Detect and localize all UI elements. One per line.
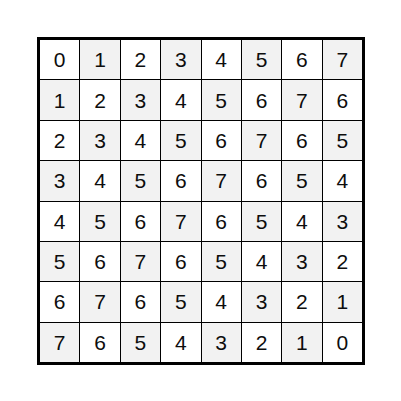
grid-cell: 6 (242, 80, 281, 119)
grid-cell: 6 (242, 161, 281, 200)
number-grid-board: 0123456712345676234567653456765445676543… (37, 37, 365, 365)
grid-cell: 4 (80, 161, 119, 200)
grid-cell: 4 (282, 202, 321, 241)
grid-cell: 0 (40, 40, 79, 79)
grid-cell: 7 (202, 161, 241, 200)
grid-cell: 2 (40, 121, 79, 160)
grid-cell: 4 (202, 282, 241, 321)
grid-cell: 4 (161, 80, 200, 119)
grid-cell: 5 (242, 40, 281, 79)
grid-cell: 6 (282, 121, 321, 160)
grid-cell: 7 (121, 242, 160, 281)
grid-cell: 6 (121, 202, 160, 241)
grid-cell: 7 (161, 202, 200, 241)
grid-cell: 3 (40, 161, 79, 200)
grid-cell: 6 (80, 242, 119, 281)
grid-cell: 5 (202, 242, 241, 281)
grid-cell: 6 (121, 282, 160, 321)
grid-cell: 7 (80, 282, 119, 321)
grid-cell: 6 (80, 323, 119, 362)
grid-cell: 1 (80, 40, 119, 79)
grid-cell: 7 (40, 323, 79, 362)
number-grid-container: 0123456712345676234567653456765445676543… (37, 37, 365, 365)
grid-cell: 6 (282, 40, 321, 79)
grid-cell: 1 (40, 80, 79, 119)
grid-cell: 2 (121, 40, 160, 79)
grid-cell: 7 (323, 40, 362, 79)
grid-cell: 2 (323, 242, 362, 281)
grid-cell: 5 (40, 242, 79, 281)
grid-cell: 5 (282, 161, 321, 200)
grid-cell: 1 (323, 282, 362, 321)
grid-cell: 2 (80, 80, 119, 119)
grid-cell: 6 (161, 242, 200, 281)
grid-cell: 2 (282, 282, 321, 321)
grid-cell: 6 (161, 161, 200, 200)
grid-cell: 0 (323, 323, 362, 362)
grid-cell: 6 (202, 121, 241, 160)
grid-cell: 3 (242, 282, 281, 321)
grid-cell: 4 (242, 242, 281, 281)
grid-cell: 4 (202, 40, 241, 79)
grid-cell: 4 (121, 121, 160, 160)
grid-cell: 7 (242, 121, 281, 160)
grid-cell: 5 (242, 202, 281, 241)
grid-cell: 4 (323, 161, 362, 200)
grid-cell: 4 (161, 323, 200, 362)
grid-cell: 3 (121, 80, 160, 119)
grid-cell: 3 (80, 121, 119, 160)
grid-cell: 5 (80, 202, 119, 241)
grid-cell: 5 (323, 121, 362, 160)
grid-cell: 3 (202, 323, 241, 362)
grid-cell: 5 (161, 121, 200, 160)
grid-cell: 3 (323, 202, 362, 241)
grid-cell: 5 (121, 323, 160, 362)
grid-cell: 6 (323, 80, 362, 119)
grid-cell: 1 (282, 323, 321, 362)
grid-cell: 3 (161, 40, 200, 79)
grid-cell: 3 (282, 242, 321, 281)
grid-cell: 5 (121, 161, 160, 200)
grid-cell: 5 (202, 80, 241, 119)
grid-cell: 6 (40, 282, 79, 321)
grid-cell: 6 (202, 202, 241, 241)
grid-cell: 4 (40, 202, 79, 241)
grid-cell: 7 (282, 80, 321, 119)
grid-cell: 2 (242, 323, 281, 362)
grid-cell: 5 (161, 282, 200, 321)
